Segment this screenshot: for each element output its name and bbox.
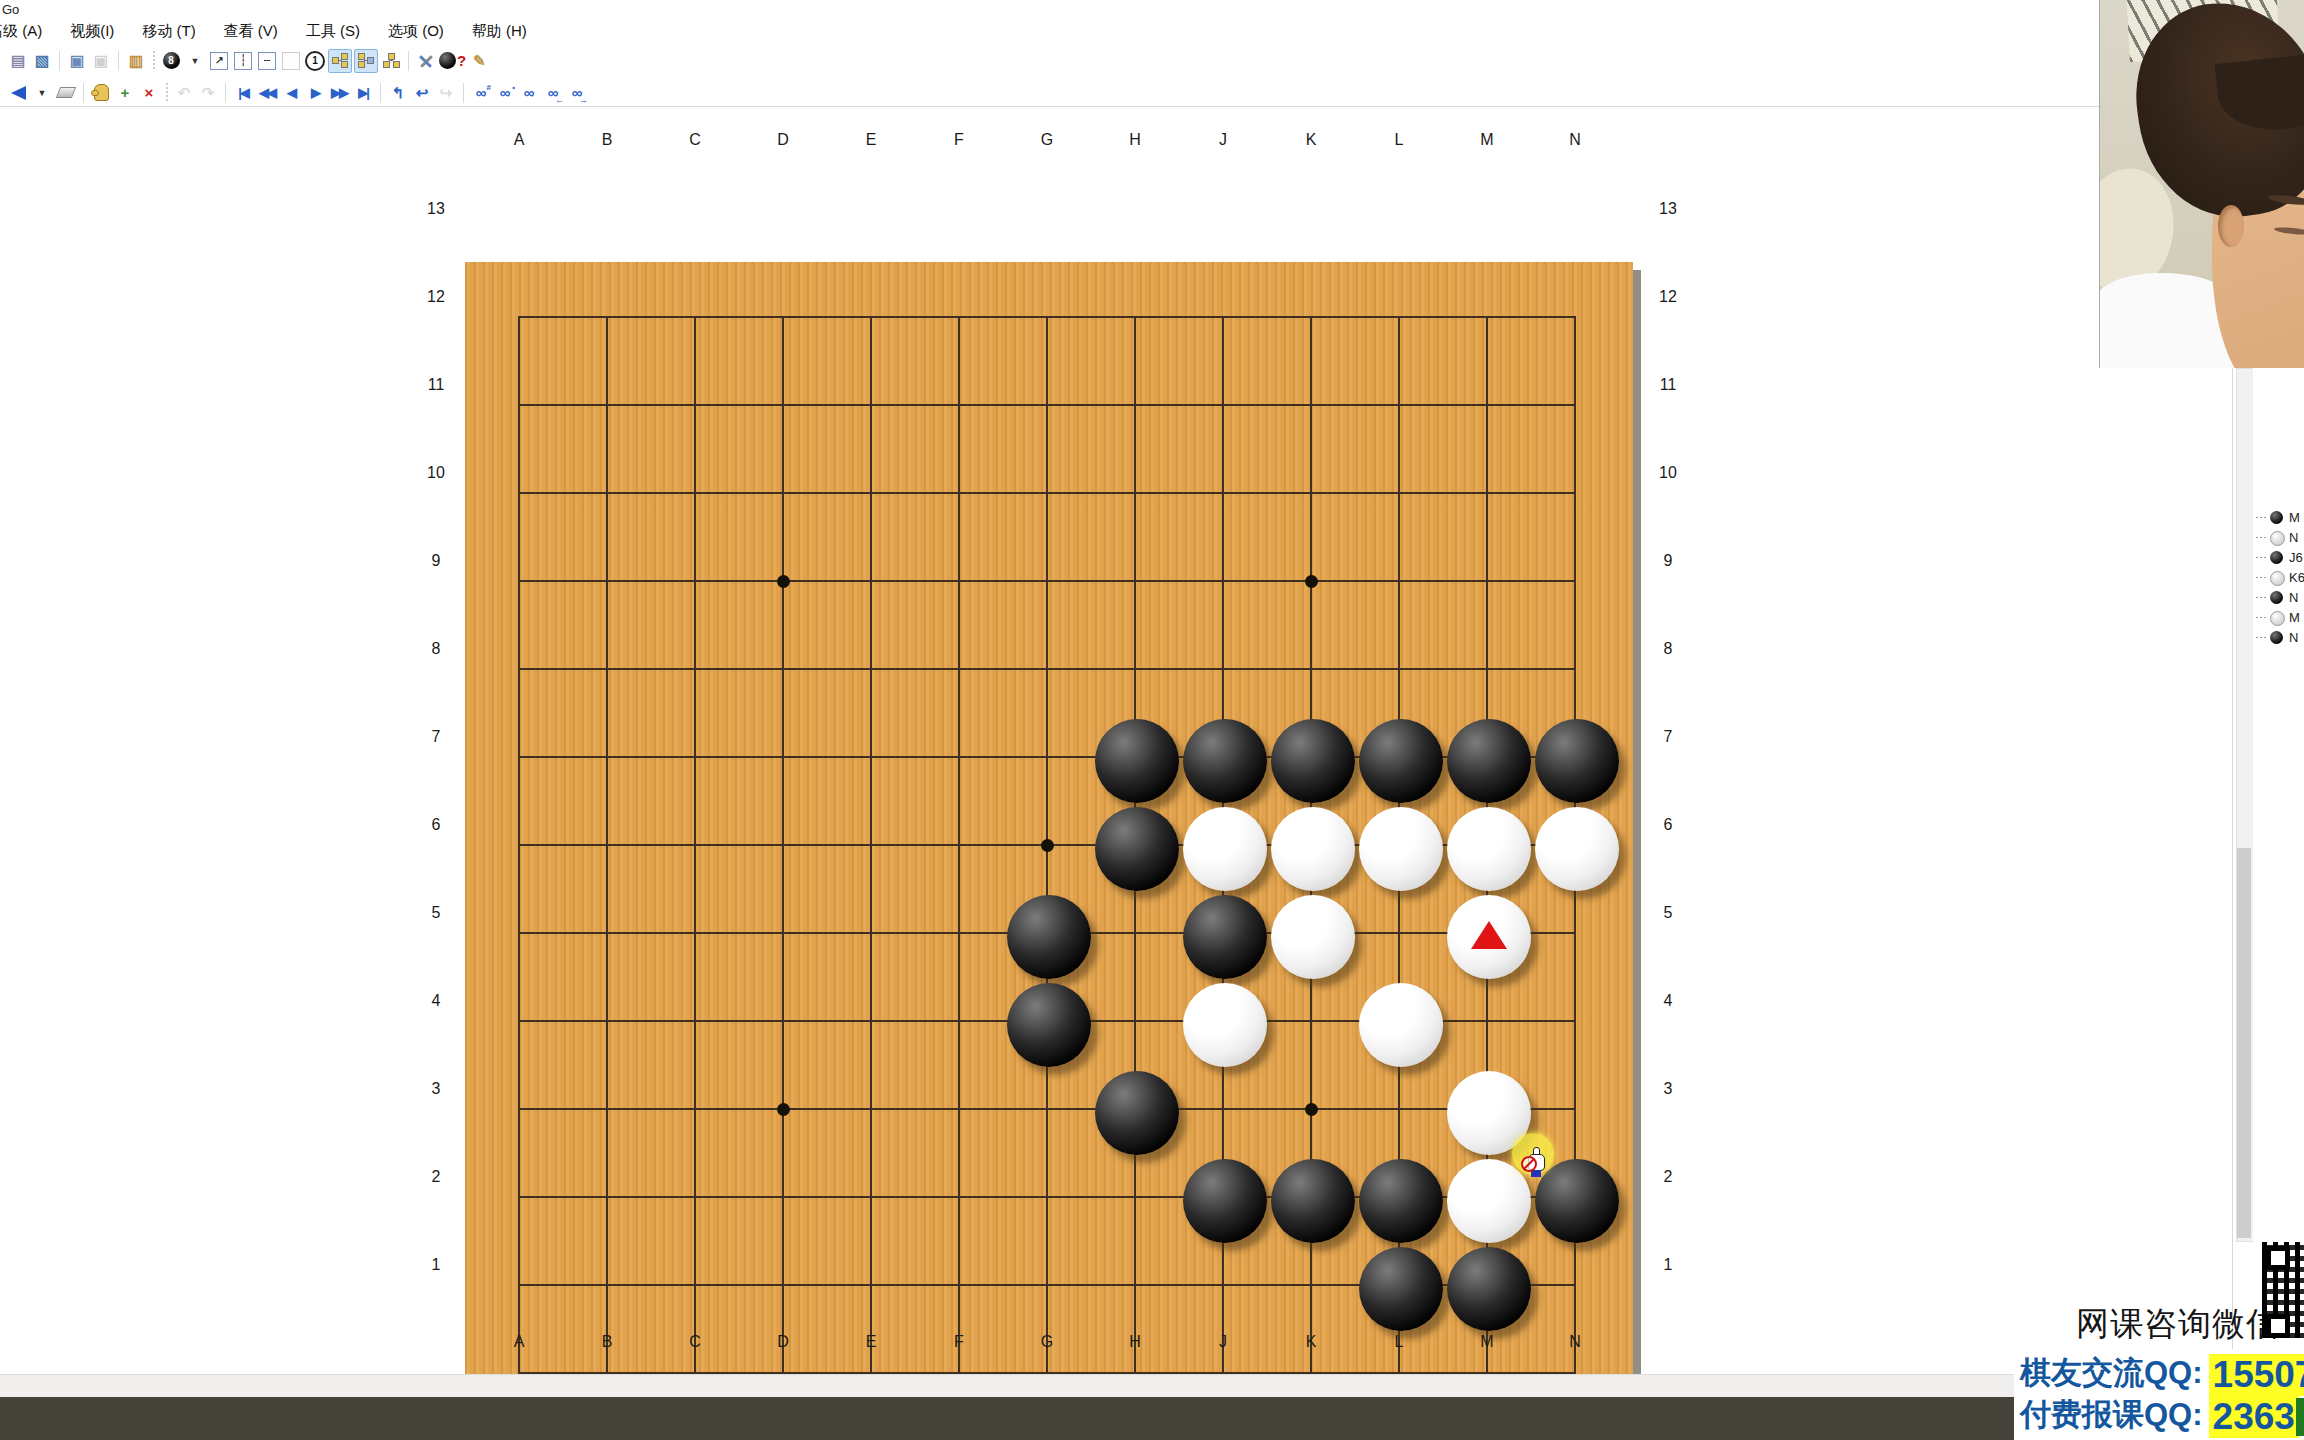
redo-icon[interactable]: ↷ [197, 82, 219, 104]
toolbar-separator [59, 51, 60, 71]
white-stone-L5 [1359, 983, 1443, 1067]
black-stone-J3 [1183, 1159, 1267, 1243]
nav-back-icon[interactable]: ◀ [280, 82, 302, 104]
setup-dashed-icon[interactable]: ┄ [256, 50, 278, 72]
white-stone-J5 [1183, 983, 1267, 1067]
menu-help[interactable]: 帮助 (H) [472, 22, 527, 41]
insert-node-icon[interactable]: + [114, 82, 136, 104]
col-label-top: L [1379, 131, 1419, 149]
toolbar-separator [380, 83, 381, 103]
black-stone-L8 [1359, 719, 1443, 803]
col-label-top: D [763, 131, 803, 149]
board-pane: AABBCCDDEEFFGGHHJJKKLLMMNN13131212111110… [0, 107, 2232, 1374]
tree-node-connector [2256, 577, 2266, 578]
col-label-bottom: A [499, 1333, 539, 1351]
toolbar-main: ▤▧▣▣▥8▼↗┆┄ 1?✎ [0, 42, 2304, 80]
tree-node-connector [2256, 617, 2266, 618]
tree-node-label: J6 [2289, 550, 2303, 565]
tree-compact-view-icon[interactable] [354, 49, 378, 73]
tree-node-black-stone[interactable] [2270, 511, 2283, 524]
row-label-left: 6 [416, 816, 456, 834]
col-label-top: E [851, 131, 891, 149]
menu-bar: 高级 (A)视频(I)移动 (T)查看 (V)工具 (S)选项 (O)帮助 (H… [0, 20, 2304, 42]
nav-last-move-icon[interactable]: ▶| [352, 82, 374, 104]
col-label-top: C [675, 131, 715, 149]
row-label-right: 4 [1648, 992, 1688, 1010]
stone-dropdown-caret-icon[interactable]: ▼ [184, 50, 206, 72]
black-stone-K8 [1271, 719, 1355, 803]
row-label-right: 8 [1648, 640, 1688, 658]
row-label-right: 1 [1648, 1256, 1688, 1274]
eraser-icon[interactable] [55, 82, 77, 104]
tools-icon[interactable] [415, 50, 437, 72]
game-tree-view-icon[interactable] [328, 49, 352, 73]
black-stone-L3 [1359, 1159, 1443, 1243]
flag-caret-icon[interactable]: ▼ [31, 82, 53, 104]
col-label-bottom: C [675, 1333, 715, 1351]
toolbar-navigation: ▼+×↶↷|◀◀◀◀▶▶▶▶|↰↩↪∞#∞•∞∞←∞→ [0, 79, 2304, 107]
screen: Go 高级 (A)视频(I)移动 (T)查看 (V)工具 (S)选项 (O)帮助… [0, 0, 2304, 1440]
tree-node-connector [2256, 597, 2266, 598]
white-stone-M3 [1447, 1159, 1531, 1243]
star-point [777, 575, 790, 588]
qq-course-label: 棋友交流QQ: [2020, 1355, 2203, 1390]
col-label-top: F [939, 131, 979, 149]
game-tree-panel[interactable]: MNJ6K6NMN [2253, 368, 2304, 1374]
show-move-number-icon[interactable]: 1 [304, 50, 326, 72]
toolbar-separator [83, 83, 84, 103]
row-label-left: 2 [416, 1168, 456, 1186]
webcam-overlay [2099, 0, 2304, 368]
find-next-icon[interactable]: ∞→ [566, 82, 588, 104]
find-icon[interactable]: ∞ [518, 82, 540, 104]
undo-icon[interactable]: ↶ [173, 82, 195, 104]
tree-node-black-stone[interactable] [2270, 551, 2283, 564]
black-stone-M8 [1447, 719, 1531, 803]
row-label-right: 5 [1648, 904, 1688, 922]
prev-variation-icon[interactable]: ↩ [411, 82, 433, 104]
properties-icon[interactable]: ▥ [125, 50, 147, 72]
menu-move[interactable]: 移动 (T) [142, 22, 195, 41]
tree-node-black-stone[interactable] [2270, 591, 2283, 604]
nav-back-10-icon[interactable]: ◀◀ [256, 82, 278, 104]
white-stone-M7 [1447, 807, 1531, 891]
black-stone-N8 [1535, 719, 1619, 803]
status-bar [0, 1374, 2304, 1398]
pass-move-icon[interactable]: ↗ [208, 50, 230, 72]
row-label-left: 10 [416, 464, 456, 482]
menu-view[interactable]: 查看 (V) [224, 22, 278, 41]
grid-line-horizontal [518, 1108, 1576, 1110]
col-label-top: H [1115, 131, 1155, 149]
tree-node-label: N [2289, 590, 2298, 605]
pane-edge-line [2232, 368, 2233, 1374]
nav-forward-10-icon[interactable]: ▶▶ [328, 82, 350, 104]
tree-node-connector [2256, 517, 2266, 518]
toolbar-separator [118, 51, 119, 71]
setup-vertical-icon[interactable]: ┆ [232, 50, 254, 72]
menu-advanced[interactable]: 高级 (A) [0, 22, 42, 41]
tree-node-connector [2256, 637, 2266, 638]
row-label-right: 10 [1648, 464, 1688, 482]
black-stone-8-icon[interactable]: 8 [160, 50, 182, 72]
col-label-top: M [1467, 131, 1507, 149]
black-stone-H7 [1095, 807, 1179, 891]
white-stone-K6 [1271, 895, 1355, 979]
qq-paid-label: 付费报课QQ: [2020, 1397, 2203, 1432]
toolbar-dotted-separator [151, 51, 156, 71]
black-stone-H4 [1095, 1071, 1179, 1155]
white-stone-J7 [1183, 807, 1267, 891]
col-label-top: N [1555, 131, 1595, 149]
row-label-left: 8 [416, 640, 456, 658]
next-variation-icon[interactable]: ↪ [435, 82, 457, 104]
row-label-left: 3 [416, 1080, 456, 1098]
row-label-right: 6 [1648, 816, 1688, 834]
row-label-right: 11 [1648, 376, 1688, 394]
col-label-bottom: K [1291, 1333, 1331, 1351]
star-point [777, 1103, 790, 1116]
instructor-ear [2218, 205, 2244, 247]
col-label-bottom: J [1203, 1333, 1243, 1351]
star-point [1305, 1103, 1318, 1116]
row-label-left: 7 [416, 728, 456, 746]
qq-paid-row: 付费报课QQ:2363 [2020, 1394, 2299, 1438]
delete-node-icon[interactable]: × [138, 82, 160, 104]
col-label-top: G [1027, 131, 1067, 149]
up-to-parent-icon[interactable]: ↰ [387, 82, 409, 104]
qr-code [2262, 1242, 2304, 1338]
col-label-bottom: L [1379, 1333, 1419, 1351]
go-board[interactable] [465, 262, 1633, 1432]
qq-paid-value: 2363 [2209, 1396, 2299, 1438]
hand-tool-icon[interactable] [90, 82, 112, 104]
clipped-edge-graphic [2296, 1398, 2304, 1436]
black-stone-J6 [1183, 895, 1267, 979]
toolbar-separator [463, 83, 464, 103]
row-label-left: 13 [416, 200, 456, 218]
toolbar-dotted-separator [164, 83, 169, 103]
paste-icon[interactable]: ▣ [90, 50, 112, 72]
find-prev-icon[interactable]: ∞← [542, 82, 564, 104]
col-label-bottom: B [587, 1333, 627, 1351]
black-stone-M2 [1447, 1247, 1531, 1331]
row-label-right: 2 [1648, 1168, 1688, 1186]
col-label-top: K [1291, 131, 1331, 149]
toolbar-separator [225, 83, 226, 103]
star-point [1041, 839, 1054, 852]
scrollbar-thumb[interactable] [2237, 848, 2251, 1238]
white-stone-K7 [1271, 807, 1355, 891]
brush-icon[interactable]: ✎ [468, 50, 490, 72]
menu-tools[interactable]: 工具 (S) [306, 22, 360, 41]
col-label-bottom: E [851, 1333, 891, 1351]
row-label-left: 4 [416, 992, 456, 1010]
menu-video[interactable]: 视频(I) [70, 22, 114, 41]
row-label-left: 5 [416, 904, 456, 922]
star-point [1305, 575, 1318, 588]
col-label-bottom: M [1467, 1333, 1507, 1351]
qq-course-row: 棋友交流QQ:15507 [2020, 1352, 2304, 1396]
col-label-top: J [1203, 131, 1243, 149]
white-stone-N7 [1535, 807, 1619, 891]
row-label-right: 3 [1648, 1080, 1688, 1098]
title-bar: Go [0, 0, 2304, 20]
col-label-top: A [499, 131, 539, 149]
org-chart-view-icon[interactable] [380, 50, 402, 72]
black-stone-G5 [1007, 983, 1091, 1067]
mouse-cursor-no-drop [1524, 1147, 1550, 1181]
setup-empty-icon[interactable] [280, 50, 302, 72]
black-stone-K3 [1271, 1159, 1355, 1243]
col-label-bottom: H [1115, 1333, 1155, 1351]
find-move-number-icon[interactable]: ∞# [470, 82, 492, 104]
help-ball-icon[interactable]: ? [439, 50, 466, 72]
tree-node-label: N [2289, 630, 2298, 645]
tree-node-white-stone[interactable] [2270, 611, 2285, 626]
col-label-top: B [587, 131, 627, 149]
menu-options[interactable]: 选项 (O) [388, 22, 444, 41]
nav-first-move-icon[interactable]: |◀ [232, 82, 254, 104]
triangle-mark [1471, 921, 1507, 949]
tree-node-label: M [2289, 510, 2300, 525]
toolbar-separator [408, 51, 409, 71]
nav-forward-icon[interactable]: ▶ [304, 82, 326, 104]
qq-course-value: 15507 [2209, 1354, 2304, 1396]
tree-node-white-stone[interactable] [2270, 531, 2285, 546]
tree-node-label: N [2289, 530, 2298, 545]
tree-node-connector [2256, 537, 2266, 538]
white-stone-L7 [1359, 807, 1443, 891]
new-board-icon[interactable]: ▤ [7, 50, 29, 72]
row-label-right: 9 [1648, 552, 1688, 570]
row-label-right: 12 [1648, 288, 1688, 306]
tree-node-white-stone[interactable] [2270, 571, 2285, 586]
black-stone-H8 [1095, 719, 1179, 803]
export-image-icon[interactable]: ▧ [31, 50, 53, 72]
window-title: Go [2, 2, 19, 17]
black-stone-J8 [1183, 719, 1267, 803]
col-label-bottom: N [1555, 1333, 1595, 1351]
tree-node-label: K6 [2289, 570, 2304, 585]
tree-node-black-stone[interactable] [2270, 631, 2283, 644]
black-stone-L2 [1359, 1247, 1443, 1331]
col-label-bottom: D [763, 1333, 803, 1351]
row-label-right: 7 [1648, 728, 1688, 746]
black-stone-G6 [1007, 895, 1091, 979]
find-point-icon[interactable]: ∞• [494, 82, 516, 104]
row-label-right: 13 [1648, 200, 1688, 218]
copy-icon[interactable]: ▣ [66, 50, 88, 72]
taskbar: 19℃ CPU温度 27℃ 晴朗 [0, 1397, 2304, 1440]
row-label-left: 12 [416, 288, 456, 306]
variation-flag-icon[interactable] [7, 82, 29, 104]
row-label-left: 11 [416, 376, 456, 394]
tree-node-label: M [2289, 610, 2300, 625]
col-label-bottom: F [939, 1333, 979, 1351]
row-label-left: 9 [416, 552, 456, 570]
tree-node-connector [2256, 557, 2266, 558]
row-label-left: 1 [416, 1256, 456, 1274]
col-label-bottom: G [1027, 1333, 1067, 1351]
